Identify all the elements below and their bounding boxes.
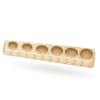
pit-cell-2 [22, 43, 33, 52]
pit-cell-4 [50, 46, 63, 56]
pit-cell-6 [79, 48, 94, 60]
pit-5[interactable] [65, 47, 79, 58]
pit-3[interactable] [36, 44, 48, 53]
product-photo-stage [0, 0, 100, 100]
pit-cell-5 [65, 47, 79, 58]
pit-cell-3 [36, 44, 48, 53]
pit-1[interactable] [8, 41, 18, 49]
pit-2[interactable] [22, 43, 33, 52]
pit-6[interactable] [79, 48, 94, 60]
pit-4[interactable] [50, 46, 63, 56]
pit-cell-1 [8, 41, 18, 49]
